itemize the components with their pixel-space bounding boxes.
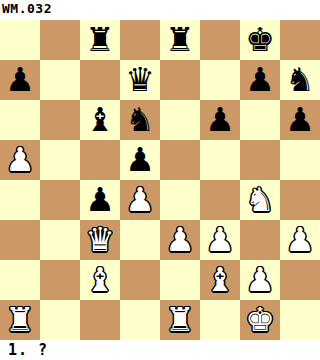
square-c4[interactable]: ♟ — [80, 180, 120, 220]
square-d6[interactable]: ♞ — [120, 100, 160, 140]
square-f4[interactable] — [200, 180, 240, 220]
square-b7[interactable] — [40, 60, 80, 100]
piece-white-bishop[interactable]: ♝ — [205, 260, 235, 300]
piece-white-pawn[interactable]: ♟ — [205, 220, 235, 260]
square-b6[interactable] — [40, 100, 80, 140]
piece-black-pawn[interactable]: ♟ — [5, 60, 35, 100]
square-d2[interactable] — [120, 260, 160, 300]
piece-black-king[interactable]: ♚ — [245, 20, 275, 60]
piece-white-rook[interactable]: ♜ — [165, 300, 195, 340]
square-f7[interactable] — [200, 60, 240, 100]
piece-white-pawn[interactable]: ♟ — [5, 140, 35, 180]
square-d5[interactable]: ♟ — [120, 140, 160, 180]
square-d4[interactable]: ♟ — [120, 180, 160, 220]
piece-black-knight[interactable]: ♞ — [125, 100, 155, 140]
piece-white-knight[interactable]: ♞ — [245, 180, 275, 220]
square-a2[interactable] — [0, 260, 40, 300]
square-f3[interactable]: ♟ — [200, 220, 240, 260]
square-h2[interactable] — [280, 260, 320, 300]
square-c3[interactable]: ♛ — [80, 220, 120, 260]
square-g5[interactable] — [240, 140, 280, 180]
piece-black-bishop[interactable]: ♝ — [85, 100, 115, 140]
square-a5[interactable]: ♟ — [0, 140, 40, 180]
chess-board: ♜♜♚♟♛♟♞♝♞♟♟♟♟♟♟♞♛♟♟♟♝♝♟♜♜♚ — [0, 20, 320, 340]
square-e1[interactable]: ♜ — [160, 300, 200, 340]
square-f2[interactable]: ♝ — [200, 260, 240, 300]
square-a1[interactable]: ♜ — [0, 300, 40, 340]
square-a7[interactable]: ♟ — [0, 60, 40, 100]
square-e7[interactable] — [160, 60, 200, 100]
square-d8[interactable] — [120, 20, 160, 60]
square-h1[interactable] — [280, 300, 320, 340]
square-g8[interactable]: ♚ — [240, 20, 280, 60]
square-c6[interactable]: ♝ — [80, 100, 120, 140]
square-c8[interactable]: ♜ — [80, 20, 120, 60]
piece-black-rook[interactable]: ♜ — [165, 20, 195, 60]
square-b3[interactable] — [40, 220, 80, 260]
square-b2[interactable] — [40, 260, 80, 300]
square-g4[interactable]: ♞ — [240, 180, 280, 220]
square-g7[interactable]: ♟ — [240, 60, 280, 100]
square-a6[interactable] — [0, 100, 40, 140]
piece-white-pawn[interactable]: ♟ — [165, 220, 195, 260]
square-e3[interactable]: ♟ — [160, 220, 200, 260]
square-g6[interactable] — [240, 100, 280, 140]
square-e4[interactable] — [160, 180, 200, 220]
square-f1[interactable] — [200, 300, 240, 340]
piece-black-pawn[interactable]: ♟ — [85, 180, 115, 220]
square-f5[interactable] — [200, 140, 240, 180]
piece-black-knight[interactable]: ♞ — [285, 60, 315, 100]
square-b4[interactable] — [40, 180, 80, 220]
piece-white-rook[interactable]: ♜ — [5, 300, 35, 340]
square-h8[interactable] — [280, 20, 320, 60]
square-c1[interactable] — [80, 300, 120, 340]
square-f8[interactable] — [200, 20, 240, 60]
square-e2[interactable] — [160, 260, 200, 300]
square-e8[interactable]: ♜ — [160, 20, 200, 60]
piece-black-pawn[interactable]: ♟ — [245, 60, 275, 100]
move-prompt: 1. ? — [0, 340, 320, 360]
puzzle-title: WM.032 — [0, 0, 320, 20]
piece-black-pawn[interactable]: ♟ — [125, 140, 155, 180]
square-b5[interactable] — [40, 140, 80, 180]
square-g3[interactable] — [240, 220, 280, 260]
piece-black-pawn[interactable]: ♟ — [205, 100, 235, 140]
square-e5[interactable] — [160, 140, 200, 180]
square-d3[interactable] — [120, 220, 160, 260]
square-h4[interactable] — [280, 180, 320, 220]
piece-black-rook[interactable]: ♜ — [85, 20, 115, 60]
square-c2[interactable]: ♝ — [80, 260, 120, 300]
square-g1[interactable]: ♚ — [240, 300, 280, 340]
piece-white-bishop[interactable]: ♝ — [85, 260, 115, 300]
square-c7[interactable] — [80, 60, 120, 100]
square-h3[interactable]: ♟ — [280, 220, 320, 260]
square-h7[interactable]: ♞ — [280, 60, 320, 100]
piece-white-king[interactable]: ♚ — [245, 300, 275, 340]
square-d7[interactable]: ♛ — [120, 60, 160, 100]
square-a4[interactable] — [0, 180, 40, 220]
square-a3[interactable] — [0, 220, 40, 260]
square-e6[interactable] — [160, 100, 200, 140]
piece-white-pawn[interactable]: ♟ — [245, 260, 275, 300]
piece-black-pawn[interactable]: ♟ — [285, 100, 315, 140]
square-b1[interactable] — [40, 300, 80, 340]
piece-black-queen[interactable]: ♛ — [125, 60, 155, 100]
square-h5[interactable] — [280, 140, 320, 180]
piece-white-queen[interactable]: ♛ — [85, 220, 115, 260]
piece-white-pawn[interactable]: ♟ — [285, 220, 315, 260]
square-b8[interactable] — [40, 20, 80, 60]
square-d1[interactable] — [120, 300, 160, 340]
square-h6[interactable]: ♟ — [280, 100, 320, 140]
piece-white-pawn[interactable]: ♟ — [125, 180, 155, 220]
square-f6[interactable]: ♟ — [200, 100, 240, 140]
square-a8[interactable] — [0, 20, 40, 60]
square-c5[interactable] — [80, 140, 120, 180]
chess-app-window: WM.032 ♜♜♚♟♛♟♞♝♞♟♟♟♟♟♟♞♛♟♟♟♝♝♟♜♜♚ 1. ? — [0, 0, 320, 360]
square-g2[interactable]: ♟ — [240, 260, 280, 300]
